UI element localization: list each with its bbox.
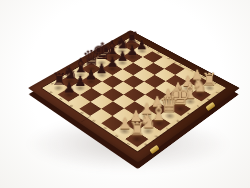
scene: aa88bb77cc66dd55ee44ff33gg22hh11 ♜♞♝♛♚♝♞… [0,0,250,188]
coord-file-bottom: e [186,112,191,115]
coord-file-bottom: h [215,91,220,94]
coord-file-bottom: a [143,143,148,146]
piece-black-pawn: ♟ [57,81,81,95]
square-c5 [102,88,124,102]
chess-set-photo: aa88bb77cc66dd55ee44ff33gg22hh11 ♜♞♝♛♚♝♞… [0,0,250,188]
chess-board: aa88bb77cc66dd55ee44ff33gg22hh11 ♜♞♝♛♚♝♞… [28,30,240,162]
coord-file-bottom: c [165,127,170,130]
piece-white-rook: ♜ [124,120,150,139]
coord-file-bottom: g [206,98,211,101]
coord-file-bottom: d [175,119,180,122]
coord-rank-left: 5 [80,112,85,115]
coord-file-bottom: f [196,105,200,108]
coord-file-bottom: b [154,135,159,138]
